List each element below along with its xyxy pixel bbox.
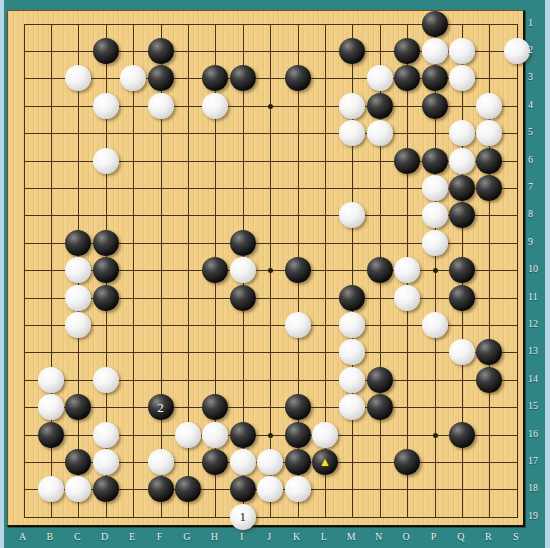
black-stone-H17[interactable] [202, 449, 228, 475]
white-stone-R4[interactable] [476, 93, 502, 119]
row-label-11: 11 [528, 292, 548, 302]
star-point [433, 433, 438, 438]
white-stone-L16[interactable] [312, 422, 338, 448]
column-label-S: S [506, 532, 526, 542]
row-label-17: 17 [528, 456, 548, 466]
black-stone-C9[interactable] [65, 230, 91, 256]
white-stone-M12[interactable] [339, 312, 365, 338]
white-stone-O11[interactable] [394, 285, 420, 311]
white-stone-P12[interactable] [422, 312, 448, 338]
black-stone-I9[interactable] [230, 230, 256, 256]
black-stone-P1[interactable] [422, 11, 448, 37]
white-stone-S2[interactable] [504, 38, 530, 64]
star-point [268, 104, 273, 109]
column-label-P: P [424, 532, 444, 542]
black-stone-Q10[interactable] [449, 257, 475, 283]
black-stone-K16[interactable] [285, 422, 311, 448]
go-board[interactable]: 2▲1 [7, 10, 525, 527]
white-stone-Q6[interactable] [449, 148, 475, 174]
black-stone-R7[interactable] [476, 175, 502, 201]
row-label-5: 5 [528, 127, 548, 137]
black-stone-F3[interactable] [148, 65, 174, 91]
black-stone-N14[interactable] [367, 367, 393, 393]
white-stone-M5[interactable] [339, 120, 365, 146]
black-stone-I18[interactable] [230, 476, 256, 502]
white-stone-C10[interactable] [65, 257, 91, 283]
black-stone-D18[interactable] [93, 476, 119, 502]
white-stone-Q2[interactable] [449, 38, 475, 64]
column-label-E: E [122, 532, 142, 542]
white-stone-C3[interactable] [65, 65, 91, 91]
white-stone-I19[interactable]: 1 [230, 504, 256, 530]
column-label-F: F [150, 532, 170, 542]
white-stone-D4[interactable] [93, 93, 119, 119]
black-stone-C17[interactable] [65, 449, 91, 475]
black-stone-P3[interactable] [422, 65, 448, 91]
white-stone-G16[interactable] [175, 422, 201, 448]
column-label-J: J [259, 532, 279, 542]
white-stone-D14[interactable] [93, 367, 119, 393]
black-stone-O2[interactable] [394, 38, 420, 64]
column-label-M: M [341, 532, 361, 542]
white-stone-M8[interactable] [339, 202, 365, 228]
row-label-8: 8 [528, 209, 548, 219]
black-stone-B16[interactable] [38, 422, 64, 448]
white-stone-Q13[interactable] [449, 339, 475, 365]
white-stone-D6[interactable] [93, 148, 119, 174]
column-label-Q: Q [451, 532, 471, 542]
grid-vline [517, 24, 518, 518]
black-stone-I3[interactable] [230, 65, 256, 91]
black-stone-D11[interactable] [93, 285, 119, 311]
black-stone-R13[interactable] [476, 339, 502, 365]
black-stone-O6[interactable] [394, 148, 420, 174]
black-stone-D2[interactable] [93, 38, 119, 64]
row-label-3: 3 [528, 72, 548, 82]
row-label-4: 4 [528, 100, 548, 110]
white-stone-P8[interactable] [422, 202, 448, 228]
white-stone-H16[interactable] [202, 422, 228, 448]
white-stone-B14[interactable] [38, 367, 64, 393]
black-stone-R6[interactable] [476, 148, 502, 174]
white-stone-C18[interactable] [65, 476, 91, 502]
white-stone-N3[interactable] [367, 65, 393, 91]
black-stone-K15[interactable] [285, 394, 311, 420]
black-stone-N10[interactable] [367, 257, 393, 283]
white-stone-M13[interactable] [339, 339, 365, 365]
black-stone-Q16[interactable] [449, 422, 475, 448]
row-label-15: 15 [528, 401, 548, 411]
white-stone-R5[interactable] [476, 120, 502, 146]
white-stone-I10[interactable] [230, 257, 256, 283]
row-label-9: 9 [528, 237, 548, 247]
black-stone-H15[interactable] [202, 394, 228, 420]
black-stone-I16[interactable] [230, 422, 256, 448]
white-stone-Q3[interactable] [449, 65, 475, 91]
column-label-L: L [314, 532, 334, 542]
move-number-label: 1 [239, 510, 246, 523]
white-stone-I17[interactable] [230, 449, 256, 475]
black-stone-K10[interactable] [285, 257, 311, 283]
column-label-B: B [40, 532, 60, 542]
white-stone-M4[interactable] [339, 93, 365, 119]
row-label-2: 2 [528, 45, 548, 55]
column-label-C: C [67, 532, 87, 542]
column-label-K: K [287, 532, 307, 542]
black-stone-P4[interactable] [422, 93, 448, 119]
column-label-R: R [478, 532, 498, 542]
white-stone-D17[interactable] [93, 449, 119, 475]
black-stone-Q11[interactable] [449, 285, 475, 311]
black-stone-F18[interactable] [148, 476, 174, 502]
black-stone-O17[interactable] [394, 449, 420, 475]
white-stone-M14[interactable] [339, 367, 365, 393]
move-number-label: 2 [157, 401, 164, 414]
white-stone-F4[interactable] [148, 93, 174, 119]
row-label-14: 14 [528, 374, 548, 384]
column-label-H: H [204, 532, 224, 542]
row-label-13: 13 [528, 346, 548, 356]
white-stone-H4[interactable] [202, 93, 228, 119]
black-stone-I11[interactable] [230, 285, 256, 311]
black-stone-D10[interactable] [93, 257, 119, 283]
grid-vline [133, 24, 134, 518]
black-stone-Q7[interactable] [449, 175, 475, 201]
white-stone-P7[interactable] [422, 175, 448, 201]
black-stone-F2[interactable] [148, 38, 174, 64]
column-label-G: G [177, 532, 197, 542]
row-label-1: 1 [528, 18, 548, 28]
black-stone-H3[interactable] [202, 65, 228, 91]
black-stone-M11[interactable] [339, 285, 365, 311]
row-label-7: 7 [528, 182, 548, 192]
white-stone-P2[interactable] [422, 38, 448, 64]
black-stone-N4[interactable] [367, 93, 393, 119]
white-stone-K18[interactable] [285, 476, 311, 502]
row-label-12: 12 [528, 319, 548, 329]
row-label-18: 18 [528, 483, 548, 493]
black-stone-H10[interactable] [202, 257, 228, 283]
white-stone-C12[interactable] [65, 312, 91, 338]
row-label-19: 19 [528, 511, 548, 521]
grid-vline [24, 24, 25, 518]
white-stone-D16[interactable] [93, 422, 119, 448]
black-stone-O3[interactable] [394, 65, 420, 91]
white-stone-J17[interactable] [257, 449, 283, 475]
black-stone-N15[interactable] [367, 394, 393, 420]
black-stone-Q8[interactable] [449, 202, 475, 228]
white-stone-B18[interactable] [38, 476, 64, 502]
black-stone-F15[interactable]: 2 [148, 394, 174, 420]
row-label-16: 16 [528, 429, 548, 439]
star-point [433, 268, 438, 273]
white-stone-E3[interactable] [120, 65, 146, 91]
white-stone-K12[interactable] [285, 312, 311, 338]
black-stone-K17[interactable] [285, 449, 311, 475]
black-stone-P6[interactable] [422, 148, 448, 174]
white-stone-P9[interactable] [422, 230, 448, 256]
window-edge-left [0, 0, 4, 548]
white-stone-B15[interactable] [38, 394, 64, 420]
white-stone-C11[interactable] [65, 285, 91, 311]
white-stone-J18[interactable] [257, 476, 283, 502]
black-stone-C15[interactable] [65, 394, 91, 420]
black-stone-K3[interactable] [285, 65, 311, 91]
column-label-D: D [95, 532, 115, 542]
star-point [268, 268, 273, 273]
black-stone-G18[interactable] [175, 476, 201, 502]
column-label-O: O [396, 532, 416, 542]
black-stone-L17[interactable]: ▲ [312, 449, 338, 475]
go-viewer-screen: 2▲1 ABCDEFGHIJKLMNOPQRS 1234567891011121… [0, 0, 550, 548]
black-stone-R14[interactable] [476, 367, 502, 393]
white-stone-O10[interactable] [394, 257, 420, 283]
row-label-10: 10 [528, 264, 548, 274]
white-stone-Q5[interactable] [449, 120, 475, 146]
white-stone-M15[interactable] [339, 394, 365, 420]
white-stone-N5[interactable] [367, 120, 393, 146]
star-point [268, 433, 273, 438]
row-label-6: 6 [528, 155, 548, 165]
black-stone-M2[interactable] [339, 38, 365, 64]
triangle-marker: ▲ [319, 456, 331, 468]
black-stone-D9[interactable] [93, 230, 119, 256]
column-label-A: A [13, 532, 33, 542]
white-stone-F17[interactable] [148, 449, 174, 475]
column-label-N: N [369, 532, 389, 542]
column-label-I: I [232, 532, 252, 542]
